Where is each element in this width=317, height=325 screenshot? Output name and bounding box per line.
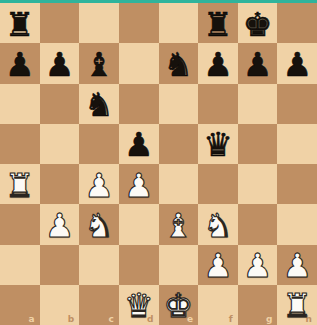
square-c2[interactable]	[79, 245, 119, 285]
square-e8[interactable]	[159, 3, 199, 43]
piece-white-queen[interactable]: ♛	[124, 289, 154, 322]
piece-white-pawn[interactable]: ♟	[203, 249, 233, 282]
square-g8[interactable]: ♚	[238, 3, 278, 43]
piece-black-king[interactable]: ♚	[243, 8, 273, 41]
square-c4[interactable]: ♟	[79, 164, 119, 204]
square-c5[interactable]	[79, 124, 119, 164]
square-g1[interactable]: g	[238, 285, 278, 325]
square-b4[interactable]	[40, 164, 80, 204]
square-b8[interactable]	[40, 3, 80, 43]
file-label-g: g	[266, 314, 272, 324]
square-d2[interactable]	[119, 245, 159, 285]
chess-board: ♜♜♚♟♟♝♞♟♟♟♞♟♛♜♟♟♟♞♝♞♟♟♟abcd♛e♚fgh♜	[0, 3, 317, 325]
square-h1[interactable]: h♜	[277, 285, 317, 325]
piece-black-queen[interactable]: ♛	[203, 128, 233, 161]
square-d5[interactable]: ♟	[119, 124, 159, 164]
square-h2[interactable]: ♟	[277, 245, 317, 285]
square-a3[interactable]	[0, 204, 40, 244]
piece-white-pawn[interactable]: ♟	[124, 169, 154, 202]
piece-black-knight[interactable]: ♞	[164, 48, 194, 81]
chess-app-screen: ♜♜♚♟♟♝♞♟♟♟♞♟♛♜♟♟♟♞♝♞♟♟♟abcd♛e♚fgh♜	[0, 0, 317, 325]
square-f5[interactable]: ♛	[198, 124, 238, 164]
square-f4[interactable]	[198, 164, 238, 204]
square-d7[interactable]	[119, 43, 159, 83]
square-d8[interactable]	[119, 3, 159, 43]
file-label-f: f	[229, 314, 233, 324]
piece-black-bishop[interactable]: ♝	[84, 48, 114, 81]
piece-black-rook[interactable]: ♜	[203, 8, 233, 41]
square-e4[interactable]	[159, 164, 199, 204]
square-e7[interactable]: ♞	[159, 43, 199, 83]
square-a5[interactable]	[0, 124, 40, 164]
square-d6[interactable]	[119, 84, 159, 124]
square-e5[interactable]	[159, 124, 199, 164]
square-g6[interactable]	[238, 84, 278, 124]
square-c8[interactable]	[79, 3, 119, 43]
square-d1[interactable]: d♛	[119, 285, 159, 325]
square-b3[interactable]: ♟	[40, 204, 80, 244]
square-h5[interactable]	[277, 124, 317, 164]
piece-black-pawn[interactable]: ♟	[45, 48, 75, 81]
piece-black-rook[interactable]: ♜	[5, 8, 35, 41]
piece-white-pawn[interactable]: ♟	[45, 209, 75, 242]
piece-black-pawn[interactable]: ♟	[5, 48, 35, 81]
square-f1[interactable]: f	[198, 285, 238, 325]
file-label-a: a	[29, 314, 35, 324]
square-f6[interactable]	[198, 84, 238, 124]
square-g2[interactable]: ♟	[238, 245, 278, 285]
square-g3[interactable]	[238, 204, 278, 244]
square-b6[interactable]	[40, 84, 80, 124]
square-f7[interactable]: ♟	[198, 43, 238, 83]
square-d3[interactable]	[119, 204, 159, 244]
square-a2[interactable]	[0, 245, 40, 285]
square-e1[interactable]: e♚	[159, 285, 199, 325]
square-a7[interactable]: ♟	[0, 43, 40, 83]
piece-white-knight[interactable]: ♞	[84, 209, 114, 242]
square-e3[interactable]: ♝	[159, 204, 199, 244]
square-g4[interactable]	[238, 164, 278, 204]
file-label-b: b	[68, 314, 74, 324]
piece-black-pawn[interactable]: ♟	[243, 48, 273, 81]
square-h4[interactable]	[277, 164, 317, 204]
piece-white-bishop[interactable]: ♝	[164, 209, 194, 242]
piece-white-knight[interactable]: ♞	[203, 209, 233, 242]
piece-white-pawn[interactable]: ♟	[84, 169, 114, 202]
piece-white-rook[interactable]: ♜	[5, 169, 35, 202]
square-d4[interactable]: ♟	[119, 164, 159, 204]
file-label-c: c	[109, 314, 114, 324]
square-a1[interactable]: a	[0, 285, 40, 325]
square-h7[interactable]: ♟	[277, 43, 317, 83]
piece-black-knight[interactable]: ♞	[84, 88, 114, 121]
square-h8[interactable]	[277, 3, 317, 43]
piece-black-pawn[interactable]: ♟	[203, 48, 233, 81]
piece-black-pawn[interactable]: ♟	[282, 48, 312, 81]
square-g7[interactable]: ♟	[238, 43, 278, 83]
piece-white-pawn[interactable]: ♟	[282, 249, 312, 282]
square-c7[interactable]: ♝	[79, 43, 119, 83]
square-f8[interactable]: ♜	[198, 3, 238, 43]
square-b5[interactable]	[40, 124, 80, 164]
square-g5[interactable]	[238, 124, 278, 164]
square-h3[interactable]	[277, 204, 317, 244]
square-f2[interactable]: ♟	[198, 245, 238, 285]
square-f3[interactable]: ♞	[198, 204, 238, 244]
piece-white-rook[interactable]: ♜	[282, 289, 312, 322]
square-b7[interactable]: ♟	[40, 43, 80, 83]
square-a6[interactable]	[0, 84, 40, 124]
square-e2[interactable]	[159, 245, 199, 285]
square-c6[interactable]: ♞	[79, 84, 119, 124]
square-a4[interactable]: ♜	[0, 164, 40, 204]
square-b2[interactable]	[40, 245, 80, 285]
square-c1[interactable]: c	[79, 285, 119, 325]
square-b1[interactable]: b	[40, 285, 80, 325]
piece-black-pawn[interactable]: ♟	[124, 128, 154, 161]
square-e6[interactable]	[159, 84, 199, 124]
square-a8[interactable]: ♜	[0, 3, 40, 43]
piece-white-pawn[interactable]: ♟	[243, 249, 273, 282]
square-c3[interactable]: ♞	[79, 204, 119, 244]
square-h6[interactable]	[277, 84, 317, 124]
piece-white-king[interactable]: ♚	[164, 289, 194, 322]
